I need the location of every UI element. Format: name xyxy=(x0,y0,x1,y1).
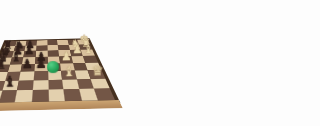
green-token xyxy=(47,61,59,73)
chess-set-photo: ♚♜♞♟♞♜♚♟♟♟♝♛♝♟♟♜♟♟♝♛♞♝ xyxy=(0,0,95,126)
square-r7c3 xyxy=(17,80,33,90)
square-r7c5 xyxy=(48,80,64,90)
photo-tilt-wrapper: ♚♜♞♟♞♜♚♟♟♟♝♛♝♟♟♜♟♟♝♛♞♝ xyxy=(0,0,95,126)
board-front-rim xyxy=(0,100,95,112)
square-r8c5 xyxy=(48,90,65,102)
square-r7c2: ♝ xyxy=(2,81,19,91)
square-r8c4 xyxy=(32,90,49,102)
square-r6c3 xyxy=(19,71,34,80)
square-r8c3 xyxy=(15,90,33,102)
square-r7c6 xyxy=(62,79,79,89)
square-r6c6: ♝ xyxy=(61,71,76,80)
square-r8c6 xyxy=(64,89,82,101)
square-r4c3 xyxy=(22,57,35,64)
square-r5c3: ♟ xyxy=(21,64,35,72)
square-r7c4 xyxy=(33,80,48,90)
square-r8c7 xyxy=(79,89,95,101)
square-r5c8 xyxy=(85,62,95,70)
square-r5c2 xyxy=(7,64,22,72)
square-r5c5 xyxy=(48,63,62,71)
white-king: ♚ xyxy=(79,33,90,44)
square-r6c4 xyxy=(34,71,48,80)
chess-board: ♚♜♞♟♞♜♚♟♟♟♝♛♝♟♟♜♟♟♝♛♞♝ xyxy=(0,38,95,106)
square-r4c4: ♟ xyxy=(35,57,48,64)
perspective-scene: ♚♜♞♟♞♜♚♟♟♟♝♛♝♟♟♜♟♟♝♛♞♝ xyxy=(0,9,95,118)
